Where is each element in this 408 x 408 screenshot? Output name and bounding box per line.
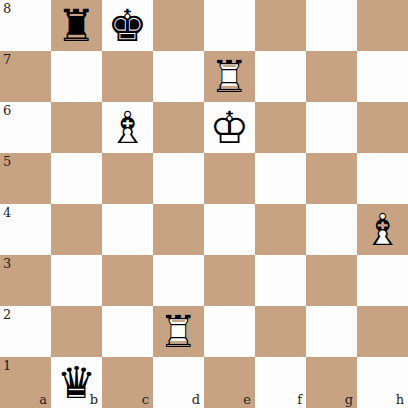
white-king-e6[interactable]: ♚♔	[204, 102, 255, 153]
rank-label-7: 7	[3, 53, 11, 66]
white-rook-outline-glyph: ♖	[153, 306, 204, 357]
square-a4[interactable]: 4	[0, 204, 51, 255]
file-label-e: e	[243, 393, 251, 406]
square-a8[interactable]: 8	[0, 0, 51, 51]
file-label-f: f	[297, 393, 302, 406]
square-g3[interactable]	[306, 255, 357, 306]
rank-label-6: 6	[3, 104, 11, 117]
square-b8[interactable]: ♜	[51, 0, 102, 51]
square-f5[interactable]	[255, 153, 306, 204]
rank-label-1: 1	[3, 359, 11, 372]
square-b3[interactable]	[51, 255, 102, 306]
square-b2[interactable]	[51, 306, 102, 357]
square-f6[interactable]	[255, 102, 306, 153]
square-d7[interactable]	[153, 51, 204, 102]
square-a5[interactable]: 5	[0, 153, 51, 204]
square-d2[interactable]: ♜♖	[153, 306, 204, 357]
file-label-a: a	[39, 393, 47, 406]
square-d6[interactable]	[153, 102, 204, 153]
white-rook-e7[interactable]: ♜♖	[204, 51, 255, 102]
square-a6[interactable]: 6	[0, 102, 51, 153]
square-e8[interactable]	[204, 0, 255, 51]
square-c7[interactable]	[102, 51, 153, 102]
square-b1[interactable]: b♛	[51, 357, 102, 408]
square-a1[interactable]: 1a	[0, 357, 51, 408]
rank-label-3: 3	[3, 257, 11, 270]
square-c2[interactable]	[102, 306, 153, 357]
black-queen-b1[interactable]: ♛	[51, 357, 102, 408]
file-label-h: h	[396, 393, 404, 406]
square-c6[interactable]: ♝♗	[102, 102, 153, 153]
black-rook-b8[interactable]: ♜	[51, 0, 102, 51]
rank-label-2: 2	[3, 308, 11, 321]
square-a2[interactable]: 2	[0, 306, 51, 357]
square-a3[interactable]: 3	[0, 255, 51, 306]
square-h1[interactable]: h	[357, 357, 408, 408]
square-g6[interactable]	[306, 102, 357, 153]
white-bishop-c6[interactable]: ♝♗	[102, 102, 153, 153]
square-g4[interactable]	[306, 204, 357, 255]
square-b6[interactable]	[51, 102, 102, 153]
square-e4[interactable]	[204, 204, 255, 255]
square-c1[interactable]: c	[102, 357, 153, 408]
square-g1[interactable]: g	[306, 357, 357, 408]
square-e7[interactable]: ♜♖	[204, 51, 255, 102]
white-bishop-h4[interactable]: ♝♗	[357, 204, 408, 255]
square-e6[interactable]: ♚♔	[204, 102, 255, 153]
square-h6[interactable]	[357, 102, 408, 153]
square-e3[interactable]	[204, 255, 255, 306]
square-b5[interactable]	[51, 153, 102, 204]
square-g2[interactable]	[306, 306, 357, 357]
square-e1[interactable]: e	[204, 357, 255, 408]
square-d4[interactable]	[153, 204, 204, 255]
square-d1[interactable]: d	[153, 357, 204, 408]
square-c4[interactable]	[102, 204, 153, 255]
rank-label-4: 4	[3, 206, 11, 219]
square-h3[interactable]	[357, 255, 408, 306]
square-f4[interactable]	[255, 204, 306, 255]
file-label-c: c	[142, 393, 149, 406]
square-g5[interactable]	[306, 153, 357, 204]
square-e5[interactable]	[204, 153, 255, 204]
square-h2[interactable]	[357, 306, 408, 357]
file-label-g: g	[345, 393, 353, 406]
square-c5[interactable]	[102, 153, 153, 204]
square-d5[interactable]	[153, 153, 204, 204]
square-g8[interactable]	[306, 0, 357, 51]
square-c8[interactable]: ♚	[102, 0, 153, 51]
square-d3[interactable]	[153, 255, 204, 306]
square-h7[interactable]	[357, 51, 408, 102]
square-f2[interactable]	[255, 306, 306, 357]
white-king-outline-glyph: ♔	[204, 102, 255, 153]
black-king-c8[interactable]: ♚	[102, 0, 153, 51]
white-bishop-outline-glyph: ♗	[357, 204, 408, 255]
square-a7[interactable]: 7	[0, 51, 51, 102]
square-f7[interactable]	[255, 51, 306, 102]
square-f3[interactable]	[255, 255, 306, 306]
square-h8[interactable]	[357, 0, 408, 51]
chess-board-container: 8♜♚7♜♖6♝♗♚♔54♝♗32♜♖1ab♛cdefgh	[0, 0, 408, 408]
square-d8[interactable]	[153, 0, 204, 51]
square-b4[interactable]	[51, 204, 102, 255]
white-rook-outline-glyph: ♖	[204, 51, 255, 102]
rank-label-8: 8	[3, 2, 11, 15]
white-bishop-outline-glyph: ♗	[102, 102, 153, 153]
square-h4[interactable]: ♝♗	[357, 204, 408, 255]
rank-label-5: 5	[3, 155, 11, 168]
file-label-d: d	[192, 393, 200, 406]
chess-board: 8♜♚7♜♖6♝♗♚♔54♝♗32♜♖1ab♛cdefgh	[0, 0, 408, 408]
square-e2[interactable]	[204, 306, 255, 357]
square-g7[interactable]	[306, 51, 357, 102]
white-rook-d2[interactable]: ♜♖	[153, 306, 204, 357]
square-f1[interactable]: f	[255, 357, 306, 408]
square-c3[interactable]	[102, 255, 153, 306]
square-f8[interactable]	[255, 0, 306, 51]
square-b7[interactable]	[51, 51, 102, 102]
square-h5[interactable]	[357, 153, 408, 204]
